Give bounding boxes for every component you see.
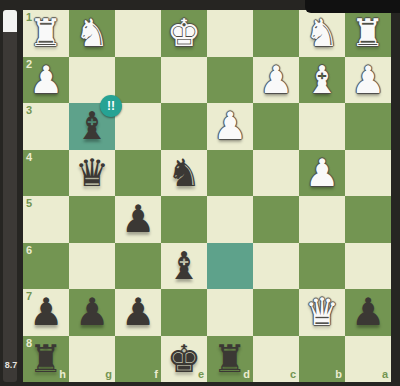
piece-black-king-e8[interactable]: ♚ (161, 336, 207, 383)
piece-black-pawn-f7[interactable]: ♟ (115, 289, 161, 336)
piece-white-pawn-a2[interactable]: ♟ (345, 57, 391, 104)
piece-black-pawn-a7[interactable]: ♟ (345, 289, 391, 336)
square-a1[interactable]: ♜ (345, 10, 391, 57)
square-b4[interactable]: ♟ (299, 150, 345, 197)
square-b6[interactable] (299, 243, 345, 290)
square-f8[interactable]: f (115, 336, 161, 383)
square-e2[interactable] (161, 57, 207, 104)
square-h1[interactable]: 1♜ (23, 10, 69, 57)
file-label-f: f (154, 369, 158, 380)
square-a4[interactable] (345, 150, 391, 197)
file-label-b: b (335, 369, 342, 380)
piece-white-king-e1[interactable]: ♚ (161, 10, 207, 57)
file-label-c: c (290, 369, 296, 380)
chess-board: 1♜♞♚♞♜2♟♟♝♟3♝!!♟4♛♞♟5♟6♝7♟♟♟♛♟8h♜gfe♚d♜c… (23, 10, 391, 382)
square-h3[interactable]: 3 (23, 103, 69, 150)
square-e6[interactable]: ♝ (161, 243, 207, 290)
piece-white-knight-b1[interactable]: ♞ (299, 10, 345, 57)
piece-white-pawn-b4[interactable]: ♟ (299, 150, 345, 197)
piece-black-rook-h8[interactable]: ♜ (23, 336, 69, 383)
square-c6[interactable] (253, 243, 299, 290)
square-a7[interactable]: ♟ (345, 289, 391, 336)
piece-white-rook-h1[interactable]: ♜ (23, 10, 69, 57)
brilliant-move-badge: !! (100, 95, 122, 117)
file-label-a: a (382, 369, 388, 380)
rank-label-3: 3 (26, 105, 32, 116)
square-g6[interactable] (69, 243, 115, 290)
square-b7[interactable]: ♛ (299, 289, 345, 336)
square-h7[interactable]: 7♟ (23, 289, 69, 336)
square-h4[interactable]: 4 (23, 150, 69, 197)
piece-black-bishop-e6[interactable]: ♝ (161, 243, 207, 290)
piece-white-queen-b7[interactable]: ♛ (299, 289, 345, 336)
square-a6[interactable] (345, 243, 391, 290)
square-g4[interactable]: ♛ (69, 150, 115, 197)
square-e4[interactable]: ♞ (161, 150, 207, 197)
square-a3[interactable] (345, 103, 391, 150)
square-d5[interactable] (207, 196, 253, 243)
square-f4[interactable] (115, 150, 161, 197)
piece-black-pawn-h7[interactable]: ♟ (23, 289, 69, 336)
square-f3[interactable] (115, 103, 161, 150)
overlay-fragment (305, 0, 400, 13)
evaluation-bar-white-section (3, 10, 17, 32)
square-d7[interactable] (207, 289, 253, 336)
piece-white-rook-a1[interactable]: ♜ (345, 10, 391, 57)
square-f5[interactable]: ♟ (115, 196, 161, 243)
square-h5[interactable]: 5 (23, 196, 69, 243)
square-b2[interactable]: ♝ (299, 57, 345, 104)
square-e3[interactable] (161, 103, 207, 150)
piece-white-pawn-d3[interactable]: ♟ (207, 103, 253, 150)
piece-white-pawn-h2[interactable]: ♟ (23, 57, 69, 104)
square-d8[interactable]: d♜ (207, 336, 253, 383)
square-a5[interactable] (345, 196, 391, 243)
square-g3[interactable]: ♝!! (69, 103, 115, 150)
square-g1[interactable]: ♞ (69, 10, 115, 57)
square-e8[interactable]: e♚ (161, 336, 207, 383)
square-e5[interactable] (161, 196, 207, 243)
square-b3[interactable] (299, 103, 345, 150)
piece-black-pawn-f5[interactable]: ♟ (115, 196, 161, 243)
analysis-board-screen: 8.7 1♜♞♚♞♜2♟♟♝♟3♝!!♟4♛♞♟5♟6♝7♟♟♟♛♟8h♜gfe… (0, 0, 400, 386)
square-c3[interactable] (253, 103, 299, 150)
evaluation-bar (3, 10, 17, 382)
square-e1[interactable]: ♚ (161, 10, 207, 57)
square-c4[interactable] (253, 150, 299, 197)
square-g7[interactable]: ♟ (69, 289, 115, 336)
rank-label-5: 5 (26, 198, 32, 209)
square-a2[interactable]: ♟ (345, 57, 391, 104)
square-d3[interactable]: ♟ (207, 103, 253, 150)
square-c7[interactable] (253, 289, 299, 336)
square-h2[interactable]: 2♟ (23, 57, 69, 104)
square-g8[interactable]: g (69, 336, 115, 383)
square-f1[interactable] (115, 10, 161, 57)
square-b1[interactable]: ♞ (299, 10, 345, 57)
square-d4[interactable] (207, 150, 253, 197)
piece-white-knight-g1[interactable]: ♞ (69, 10, 115, 57)
square-b8[interactable]: b (299, 336, 345, 383)
file-label-g: g (105, 369, 112, 380)
square-d6[interactable] (207, 243, 253, 290)
square-f6[interactable] (115, 243, 161, 290)
square-c5[interactable] (253, 196, 299, 243)
rank-label-6: 6 (26, 245, 32, 256)
evaluation-score: 8.7 (0, 360, 22, 370)
square-e7[interactable] (161, 289, 207, 336)
piece-white-pawn-c2[interactable]: ♟ (253, 57, 299, 104)
square-a8[interactable]: a (345, 336, 391, 383)
piece-black-knight-e4[interactable]: ♞ (161, 150, 207, 197)
square-c1[interactable] (253, 10, 299, 57)
square-d1[interactable] (207, 10, 253, 57)
square-f7[interactable]: ♟ (115, 289, 161, 336)
piece-black-queen-g4[interactable]: ♛ (69, 150, 115, 197)
square-h8[interactable]: 8h♜ (23, 336, 69, 383)
square-d2[interactable] (207, 57, 253, 104)
piece-white-bishop-b2[interactable]: ♝ (299, 57, 345, 104)
piece-black-rook-d8[interactable]: ♜ (207, 336, 253, 383)
square-f2[interactable] (115, 57, 161, 104)
piece-black-pawn-g7[interactable]: ♟ (69, 289, 115, 336)
square-c2[interactable]: ♟ (253, 57, 299, 104)
square-g5[interactable] (69, 196, 115, 243)
square-b5[interactable] (299, 196, 345, 243)
square-h6[interactable]: 6 (23, 243, 69, 290)
rank-label-4: 4 (26, 152, 32, 163)
square-c8[interactable]: c (253, 336, 299, 383)
